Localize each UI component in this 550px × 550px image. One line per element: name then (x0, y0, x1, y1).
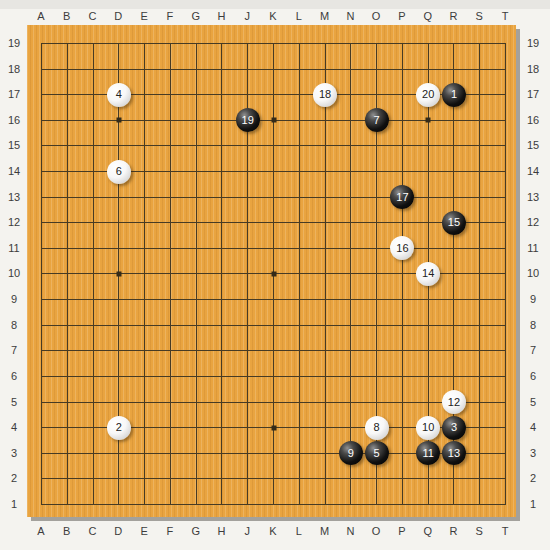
stone-black-R12: 15 (442, 211, 466, 235)
column-label-top-M: M (320, 10, 329, 22)
move-number: 3 (451, 422, 457, 433)
row-label-right-7: 7 (530, 344, 536, 356)
stone-white-M17: 18 (313, 83, 337, 107)
stone-black-R3: 13 (442, 441, 466, 465)
column-label-top-C: C (89, 10, 97, 22)
move-number: 13 (448, 448, 460, 459)
stone-black-R4: 3 (442, 416, 466, 440)
move-number: 18 (319, 89, 331, 100)
row-label-right-11: 11 (527, 242, 538, 254)
stone-white-P11: 16 (390, 236, 414, 260)
column-label-bottom-M: M (320, 525, 329, 537)
row-label-right-4: 4 (530, 421, 536, 433)
column-label-top-H: H (217, 10, 225, 22)
move-number: 6 (116, 166, 122, 177)
column-label-bottom-R: R (449, 525, 457, 537)
row-label-left-11: 11 (8, 242, 19, 254)
column-label-bottom-Q: Q (423, 525, 432, 537)
stone-black-O3: 5 (365, 441, 389, 465)
star-point (271, 118, 276, 123)
column-label-bottom-D: D (114, 525, 122, 537)
move-number: 7 (374, 115, 380, 126)
move-number: 12 (448, 397, 460, 408)
row-label-right-16: 16 (527, 114, 539, 126)
column-label-top-D: D (114, 10, 122, 22)
row-label-right-9: 9 (530, 293, 536, 305)
column-label-top-B: B (63, 10, 70, 22)
star-point (116, 118, 121, 123)
row-label-left-3: 3 (11, 447, 17, 459)
stone-black-P13: 17 (390, 185, 414, 209)
stone-white-D14: 6 (107, 160, 131, 184)
row-label-left-15: 15 (8, 139, 20, 151)
column-label-bottom-O: O (372, 525, 381, 537)
column-label-bottom-A: A (37, 525, 44, 537)
move-number: 9 (348, 448, 354, 459)
move-number: 5 (374, 448, 380, 459)
column-label-top-E: E (140, 10, 147, 22)
row-label-left-4: 4 (11, 421, 17, 433)
column-label-top-F: F (167, 10, 174, 22)
go-board[interactable]: 1234567891011121314151617181920 (27, 25, 516, 517)
row-label-left-10: 10 (8, 267, 20, 279)
stone-black-N3: 9 (339, 441, 363, 465)
row-label-right-17: 17 (527, 88, 539, 100)
row-label-right-8: 8 (530, 319, 536, 331)
column-label-bottom-G: G (191, 525, 200, 537)
column-label-top-A: A (37, 10, 44, 22)
star-point (426, 118, 431, 123)
row-label-right-12: 12 (527, 216, 539, 228)
column-label-top-O: O (372, 10, 381, 22)
row-label-right-2: 2 (530, 472, 536, 484)
row-label-left-5: 5 (11, 396, 17, 408)
move-number: 17 (396, 192, 408, 203)
move-number: 14 (422, 268, 434, 279)
star-point (271, 425, 276, 430)
stone-white-Q17: 20 (416, 83, 440, 107)
row-label-left-9: 9 (11, 293, 17, 305)
row-label-left-1: 1 (11, 498, 17, 510)
row-label-right-13: 13 (527, 191, 539, 203)
column-label-top-Q: Q (423, 10, 432, 22)
column-label-top-R: R (449, 10, 457, 22)
row-label-left-6: 6 (11, 370, 17, 382)
row-label-right-10: 10 (527, 267, 539, 279)
move-number: 8 (374, 422, 380, 433)
column-label-bottom-S: S (476, 525, 483, 537)
row-label-left-8: 8 (11, 319, 17, 331)
column-label-bottom-B: B (63, 525, 70, 537)
row-label-right-15: 15 (527, 139, 539, 151)
row-label-right-18: 18 (527, 63, 539, 75)
move-number: 2 (116, 422, 122, 433)
row-label-left-19: 19 (8, 37, 20, 49)
column-label-bottom-K: K (269, 525, 276, 537)
stone-black-Q3: 11 (416, 441, 440, 465)
row-label-left-12: 12 (8, 216, 20, 228)
row-label-left-16: 16 (8, 114, 20, 126)
move-number: 11 (422, 448, 433, 459)
row-label-left-7: 7 (11, 344, 17, 356)
column-label-bottom-E: E (140, 525, 147, 537)
move-number: 1 (451, 89, 457, 100)
row-label-left-14: 14 (8, 165, 20, 177)
row-label-right-6: 6 (530, 370, 536, 382)
move-number: 16 (396, 243, 408, 254)
stone-white-Q10: 14 (416, 262, 440, 286)
move-number: 20 (422, 89, 434, 100)
stone-white-D17: 4 (107, 83, 131, 107)
row-label-right-3: 3 (530, 447, 536, 459)
column-label-bottom-F: F (167, 525, 174, 537)
row-label-right-14: 14 (527, 165, 539, 177)
stone-white-Q4: 10 (416, 416, 440, 440)
column-label-top-P: P (398, 10, 405, 22)
stone-white-R5: 12 (442, 390, 466, 414)
stone-black-O16: 7 (365, 108, 389, 132)
column-label-top-J: J (244, 10, 250, 22)
row-label-left-18: 18 (8, 63, 20, 75)
column-label-top-T: T (502, 10, 509, 22)
column-label-bottom-L: L (296, 525, 302, 537)
stone-white-D4: 2 (107, 416, 131, 440)
column-label-top-S: S (476, 10, 483, 22)
column-label-top-G: G (191, 10, 200, 22)
row-label-right-19: 19 (527, 37, 539, 49)
column-label-bottom-C: C (89, 525, 97, 537)
column-label-bottom-J: J (244, 525, 250, 537)
stone-black-R17: 1 (442, 83, 466, 107)
star-point (271, 271, 276, 276)
row-label-left-17: 17 (8, 88, 20, 100)
column-label-bottom-P: P (398, 525, 405, 537)
column-label-top-N: N (346, 10, 354, 22)
column-label-bottom-T: T (502, 525, 509, 537)
row-label-left-13: 13 (8, 191, 20, 203)
column-label-bottom-H: H (217, 525, 225, 537)
move-number: 15 (448, 217, 460, 228)
column-label-top-K: K (269, 10, 276, 22)
move-number: 4 (116, 89, 122, 100)
column-label-top-L: L (296, 10, 302, 22)
page-top-strip (0, 0, 550, 9)
star-point (116, 271, 121, 276)
stone-black-J16: 19 (236, 108, 260, 132)
stone-white-O4: 8 (365, 416, 389, 440)
row-label-left-2: 2 (11, 472, 17, 484)
move-number: 19 (242, 115, 254, 126)
column-label-bottom-N: N (346, 525, 354, 537)
move-number: 10 (422, 422, 434, 433)
row-label-right-1: 1 (530, 498, 536, 510)
row-label-right-5: 5 (530, 396, 536, 408)
